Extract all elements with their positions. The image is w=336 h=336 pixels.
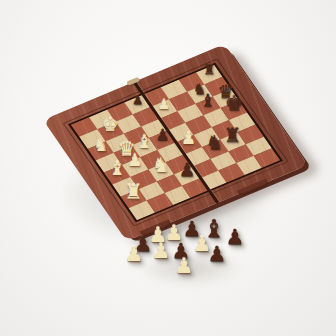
captured-pieces-shadow bbox=[120, 244, 260, 292]
photo-scene: ♚♛♜♝♝♞♞♟♟♟♚♛♜♜♝♞♞♟♟♟♟♟♟♝♟♟♟♟♟♟♟♟ bbox=[0, 0, 336, 336]
